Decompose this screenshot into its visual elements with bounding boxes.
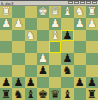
square-a5[interactable] [86, 53, 98, 65]
square-a2[interactable]: ♟ [86, 18, 98, 30]
piece-wN-f3[interactable]: ♞ [26, 30, 36, 41]
square-d4[interactable] [49, 41, 61, 53]
chess-board: ♜♚♛♝♞♜♟♟♟♟♟♞♝♟♟♟♟♞♟♟♟♟♟♜♞♝♚♛♝♜ [0, 6, 98, 100]
square-c7[interactable] [61, 77, 73, 89]
window-controls [68, 1, 97, 5]
square-b6[interactable] [74, 65, 86, 77]
piece-bP-f7[interactable]: ♟ [26, 77, 36, 88]
piece-wP-g2[interactable]: ♟ [13, 18, 23, 29]
square-c2[interactable] [61, 18, 73, 30]
square-c3[interactable]: ♟ [61, 30, 73, 42]
square-a1[interactable]: ♜ [86, 6, 98, 18]
square-c4[interactable] [61, 41, 73, 53]
square-e8[interactable]: ♚ [37, 88, 49, 100]
piece-wP-h2[interactable]: ♟ [1, 18, 11, 29]
square-h3[interactable] [0, 30, 12, 42]
square-f2[interactable] [25, 18, 37, 30]
square-a3[interactable] [86, 30, 98, 42]
square-b2[interactable]: ♟ [74, 18, 86, 30]
square-g3[interactable] [12, 30, 24, 42]
piece-wR-h1[interactable]: ♜ [1, 6, 11, 17]
piece-wP-d2[interactable]: ♟ [50, 18, 60, 29]
piece-wB-d3[interactable]: ♝ [50, 30, 60, 41]
square-e6[interactable]: ♟ [37, 65, 49, 77]
square-g4[interactable] [12, 41, 24, 53]
square-g1[interactable] [12, 6, 24, 18]
square-a4[interactable] [86, 41, 98, 53]
square-d7[interactable] [49, 77, 61, 89]
piece-wP-b2[interactable]: ♟ [75, 18, 85, 29]
piece-bP-e6[interactable]: ♟ [38, 65, 48, 76]
piece-bK-e8[interactable]: ♚ [38, 88, 48, 99]
minimize-button[interactable] [86, 1, 91, 4]
square-h4[interactable] [0, 41, 12, 53]
square-a7[interactable]: ♟ [86, 77, 98, 89]
window-title: 6. dxc3 [1, 1, 13, 5]
square-e7[interactable] [37, 77, 49, 89]
titlebar-button-2[interactable] [74, 1, 79, 4]
square-f7[interactable]: ♟ [25, 77, 37, 89]
square-d1[interactable]: ♛ [49, 6, 61, 18]
square-d3[interactable]: ♝ [49, 30, 61, 42]
square-f8[interactable]: ♝ [25, 88, 37, 100]
square-h6[interactable] [0, 65, 12, 77]
chess-app-window: 6. dxc3 ♜♚♛♝♞♜♟♟♟♟♟♞♝♟♟♟♟♞♟♟♟♟♟♜♞♝♚♛♝♜ [0, 0, 98, 100]
close-button[interactable] [92, 1, 97, 4]
square-g7[interactable]: ♟ [12, 77, 24, 89]
square-h2[interactable]: ♟ [0, 18, 12, 30]
square-d6[interactable] [49, 65, 61, 77]
square-g6[interactable] [12, 65, 24, 77]
square-b1[interactable]: ♞ [74, 6, 86, 18]
square-e5[interactable]: ♟ [37, 53, 49, 65]
piece-bR-h8[interactable]: ♜ [1, 88, 11, 99]
square-b5[interactable] [74, 53, 86, 65]
titlebar-button-1[interactable] [68, 1, 73, 4]
square-g2[interactable]: ♟ [12, 18, 24, 30]
square-h7[interactable]: ♟ [0, 77, 12, 89]
square-a8[interactable]: ♜ [86, 88, 98, 100]
piece-wQ-d1[interactable]: ♛ [50, 6, 60, 17]
square-e1[interactable]: ♚ [37, 6, 49, 18]
square-h8[interactable]: ♜ [0, 88, 12, 100]
square-c8[interactable]: ♝ [61, 88, 73, 100]
piece-bP-h7[interactable]: ♟ [1, 77, 11, 88]
piece-bP-g7[interactable]: ♟ [13, 77, 23, 88]
piece-bP-b7[interactable]: ♟ [75, 77, 85, 88]
square-f3[interactable]: ♞ [25, 30, 37, 42]
square-f4[interactable] [25, 41, 37, 53]
piece-bP-c3[interactable]: ♟ [62, 30, 72, 41]
piece-bN-g8[interactable]: ♞ [13, 88, 23, 99]
square-b3[interactable] [74, 30, 86, 42]
piece-wP-a2[interactable]: ♟ [87, 18, 97, 29]
piece-wB-c1[interactable]: ♝ [62, 6, 72, 17]
square-g8[interactable]: ♞ [12, 88, 24, 100]
piece-bN-c6[interactable]: ♞ [62, 65, 72, 76]
square-f6[interactable] [25, 65, 37, 77]
square-e3[interactable] [37, 30, 49, 42]
titlebar-button-3[interactable] [80, 1, 85, 4]
square-a6[interactable] [86, 65, 98, 77]
square-c6[interactable]: ♞ [61, 65, 73, 77]
square-c1[interactable]: ♝ [61, 6, 73, 18]
piece-wR-a1[interactable]: ♜ [87, 6, 97, 17]
piece-wK-e1[interactable]: ♚ [38, 6, 48, 17]
square-h5[interactable] [0, 53, 12, 65]
square-f1[interactable] [25, 6, 37, 18]
piece-bB-c8[interactable]: ♝ [62, 88, 72, 99]
piece-bP-c5[interactable]: ♟ [62, 53, 72, 64]
square-d8[interactable]: ♛ [49, 88, 61, 100]
square-e4[interactable] [37, 41, 49, 53]
piece-bR-a8[interactable]: ♜ [87, 88, 97, 99]
square-h1[interactable]: ♜ [0, 6, 12, 18]
piece-wN-b1[interactable]: ♞ [75, 6, 85, 17]
square-f5[interactable] [25, 53, 37, 65]
square-e2[interactable] [37, 18, 49, 30]
square-b8[interactable] [74, 88, 86, 100]
square-g5[interactable] [12, 53, 24, 65]
square-c5[interactable]: ♟ [61, 53, 73, 65]
piece-bP-a7[interactable]: ♟ [87, 77, 97, 88]
square-d5[interactable] [49, 53, 61, 65]
piece-wP-e5[interactable]: ♟ [38, 53, 48, 64]
square-d2[interactable]: ♟ [49, 18, 61, 30]
piece-bB-f8[interactable]: ♝ [26, 88, 36, 99]
square-b7[interactable]: ♟ [74, 77, 86, 89]
square-b4[interactable] [74, 41, 86, 53]
piece-bQ-d8[interactable]: ♛ [50, 88, 60, 99]
